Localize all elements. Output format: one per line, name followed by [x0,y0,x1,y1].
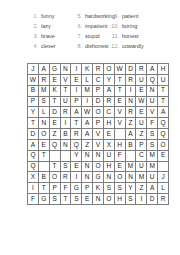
grid-cell[interactable]: P [93,86,103,96]
grid-cell[interactable]: G [93,172,103,182]
grid-cell[interactable]: I [61,118,71,128]
grid-cell[interactable]: U [136,75,146,85]
word-label: boring [122,21,137,31]
word-number: 11. [109,31,119,41]
grid-cell[interactable]: R [126,75,136,85]
grid-cell[interactable]: C [104,107,114,117]
grid-cell[interactable]: S [147,129,157,139]
word-item: 2.lazy [28,21,56,31]
grid-cell[interactable]: N [147,86,157,96]
word-number: 1. [28,11,38,21]
grid-cell[interactable]: I [126,86,136,96]
grid-cell[interactable]: T [28,118,38,128]
word-label: dishonest [85,41,109,51]
word-label: lazy [41,21,51,31]
grid-cell[interactable]: A [147,64,157,74]
grid-cell[interactable]: R [71,129,81,139]
grid-cell[interactable]: T [50,97,60,107]
grid-cell[interactable]: T [50,162,60,172]
word-item: 3.brave [28,31,56,41]
grid-cell[interactable]: S [39,97,49,107]
wordsearch-grid: JAGNIKROWDRAHWREVELCYTRUQUBMKTIMPATIENTP… [27,63,169,205]
grid-cell[interactable]: A [71,107,81,117]
grid-cell[interactable]: R [104,97,114,107]
grid-cell[interactable]: A [147,183,157,193]
grid-cell[interactable]: P [71,97,81,107]
grid-cell[interactable] [126,151,136,161]
grid-cell[interactable]: N [39,118,49,128]
grid-cell[interactable]: N [82,162,92,172]
grid-cell[interactable]: P [28,97,38,107]
word-number: 3. [28,31,38,41]
grid-cell[interactable]: R [61,172,71,182]
grid-cell[interactable]: R [93,64,103,74]
grid-cell[interactable]: R [158,194,168,204]
word-list: 1.funny2.lazy3.brave4.clever5.hardworkin… [0,11,180,59]
grid-cell[interactable]: Q [28,151,38,161]
grid-cell[interactable]: B [39,172,49,182]
grid-cell[interactable]: I [71,64,81,74]
grid-cell[interactable]: T [158,86,168,96]
grid-cell[interactable]: A [39,64,49,74]
word-number: 12. [109,41,119,51]
grid-cell[interactable]: T [71,118,81,128]
grid-cell[interactable]: S [104,183,114,193]
grid-cell[interactable]: D [28,129,38,139]
grid-cell[interactable]: I [28,183,38,193]
word-list-column: 1.funny2.lazy3.brave4.clever [28,11,56,51]
grid-cell[interactable]: O [93,107,103,117]
grid-cell[interactable] [158,162,168,172]
grid-cell[interactable]: P [82,183,92,193]
grid-cell[interactable]: E [39,140,49,150]
grid-cell[interactable]: R [126,107,136,117]
grid-cell[interactable]: X [28,172,38,182]
grid-cell[interactable]: T [115,75,125,85]
grid-cell[interactable]: K [82,64,92,74]
grid-cell[interactable]: Z [126,118,136,128]
grid-cell[interactable]: Q [158,118,168,128]
grid-cell[interactable]: L [39,107,49,117]
grid-cell[interactable]: G [39,194,49,204]
word-number: 6. [72,21,82,31]
grid-cell[interactable]: D [50,107,60,117]
grid-cell[interactable]: H [158,64,168,74]
grid-cell[interactable]: U [104,151,114,161]
grid-cell[interactable]: M [147,162,157,172]
grid-cell[interactable]: A [126,129,136,139]
grid-cell[interactable]: U [136,162,146,172]
grid-cell[interactable]: T [39,183,49,193]
grid-cell[interactable]: S [61,162,71,172]
grid-cell[interactable]: O [115,172,125,182]
grid-cell[interactable]: A [82,129,92,139]
grid-cell[interactable]: R [61,107,71,117]
grid-cell[interactable]: U [61,97,71,107]
grid-cell[interactable]: N [82,172,92,182]
grid-cell[interactable]: A [158,107,168,117]
grid-cell[interactable]: N [61,140,71,150]
grid-cell[interactable]: W [136,97,146,107]
grid-cell[interactable]: F [28,194,38,204]
grid-cell[interactable]: T [61,86,71,96]
grid-cell[interactable]: Z [136,129,146,139]
grid-cell[interactable]: I [82,97,92,107]
grid-cell[interactable]: T [39,151,49,161]
grid-cell[interactable]: K [93,183,103,193]
grid-cell[interactable]: B [61,129,71,139]
word-label: impatient [85,21,107,31]
grid-cell[interactable]: E [158,151,168,161]
grid-cell[interactable]: Y [71,151,81,161]
word-label: brave [41,31,55,41]
grid-cell[interactable]: T [158,97,168,107]
grid-cell[interactable]: I [136,194,146,204]
grid-cell[interactable]: W [28,75,38,85]
grid-cell[interactable]: Z [50,129,60,139]
grid-cell[interactable]: Y [28,107,38,117]
grid-cell[interactable]: H [104,118,114,128]
word-item: 9.patient [109,11,144,21]
word-number: 4. [28,41,38,51]
word-label: patient [122,11,139,21]
grid-cell[interactable]: O [39,129,49,139]
grid-cell[interactable]: U [147,172,157,182]
word-item: 10.boring [109,21,144,31]
grid-cell[interactable]: U [147,97,157,107]
grid-cell[interactable]: Z [136,183,146,193]
grid-cell[interactable]: O [104,64,114,74]
grid-cell[interactable]: O [93,162,103,172]
grid-cell[interactable]: A [28,140,38,150]
grid-cell[interactable]: O [104,194,114,204]
grid-cell[interactable]: Q [158,129,168,139]
grid-cell[interactable]: F [147,118,157,128]
grid-cell[interactable]: F [61,183,71,193]
word-number: 2. [28,21,38,31]
grid-cell[interactable]: E [50,75,60,85]
grid-cell[interactable]: N [93,194,103,204]
grid-cell[interactable]: Y [104,75,114,85]
grid-cell[interactable]: D [147,194,157,204]
grid-cell[interactable]: V [147,107,157,117]
grid-cell[interactable]: M [147,151,157,161]
grid-cell[interactable]: D [93,97,103,107]
grid-cell[interactable]: N [61,64,71,74]
grid-cell[interactable]: F [115,151,125,161]
grid-cell[interactable]: Y [126,183,136,193]
grid-cell[interactable]: L [82,75,92,85]
word-item: 11.honest [109,31,144,41]
grid-cell[interactable]: B [28,86,38,96]
grid-cell[interactable]: R [39,75,49,85]
grid-cell[interactable]: E [136,86,146,96]
grid-cell[interactable]: S [50,194,60,204]
grid-cell[interactable]: N [126,172,136,182]
grid-cell[interactable]: S [147,140,157,150]
grid-cell[interactable]: H [104,162,114,172]
grid-cell[interactable]: A [82,118,92,128]
word-number: 5. [72,11,82,21]
grid-cell[interactable]: E [136,107,146,117]
grid-cell[interactable]: M [39,86,49,96]
grid-cell[interactable]: E [50,118,60,128]
grid-cell[interactable]: T [61,194,71,204]
grid-cell[interactable]: H [115,194,125,204]
grid-cell[interactable]: Q [50,140,60,150]
grid-cell[interactable]: G [71,183,81,193]
grid-cell[interactable]: W [82,107,92,117]
grid-cell[interactable]: P [93,118,103,128]
grid-cell[interactable]: V [61,75,71,85]
grid-cell[interactable]: V [115,107,125,117]
word-label: stupid [85,31,100,41]
grid-cell[interactable]: M [126,162,136,172]
grid-cell[interactable]: W [115,64,125,74]
grid-cell[interactable]: N [93,151,103,161]
word-number: 9. [109,11,119,21]
grid-cell[interactable]: V [93,129,103,139]
grid-cell[interactable]: Q [147,75,157,85]
grid-cell[interactable]: S [71,194,81,204]
grid-cell[interactable]: S [115,183,125,193]
word-label: cowardly [122,41,144,51]
grid-cell[interactable] [50,151,60,161]
grid-cell[interactable]: A [104,86,114,96]
grid-cell[interactable]: P [136,140,146,150]
grid-cell[interactable]: J [28,64,38,74]
word-number: 8. [72,41,82,51]
grid-cell[interactable]: C [93,75,103,85]
grid-cell[interactable]: E [71,162,81,172]
grid-cell[interactable]: R [136,64,146,74]
grid-cell[interactable]: Q [71,140,81,150]
word-item: 12.cowardly [109,41,144,51]
grid-cell[interactable]: Z [82,140,92,150]
grid-cell[interactable] [39,162,49,172]
grid-cell[interactable]: P [50,183,60,193]
grid-cell[interactable]: E [71,75,81,85]
grid-cell[interactable]: I [71,86,81,96]
grid-cell[interactable]: E [104,129,114,139]
word-item: 1.funny [28,11,56,21]
grid-cell[interactable]: G [50,64,60,74]
grid-cell[interactable]: U [136,118,146,128]
word-number: 7. [72,31,82,41]
worksheet-page: 1.funny2.lazy3.brave4.clever5.hardworkin… [0,0,180,255]
word-number: 10. [109,21,119,31]
word-label: funny [41,11,54,21]
grid-cell[interactable]: E [115,97,125,107]
grid-cell[interactable]: T [115,86,125,96]
grid-cell[interactable]: M [136,172,146,182]
grid-cell[interactable]: X [104,140,114,150]
grid-cell[interactable]: L [158,183,168,193]
grid-cell[interactable]: B [126,140,136,150]
grid-cell[interactable]: E [82,194,92,204]
grid-cell[interactable]: D [126,64,136,74]
grid-cell[interactable] [61,151,71,161]
grid-cell[interactable]: N [82,151,92,161]
grid-cell[interactable]: K [50,86,60,96]
grid-cell[interactable]: V [93,140,103,150]
grid-cell[interactable]: N [104,172,114,182]
grid-cell[interactable]: S [126,194,136,204]
word-label: clever [41,41,56,51]
grid-cell[interactable] [115,129,125,139]
grid-cell[interactable]: O [158,140,168,150]
word-item: 4.clever [28,41,56,51]
grid-cell[interactable]: O [50,172,60,182]
grid-cell[interactable]: C [136,151,146,161]
word-list-column: 9.patient10.boring11.honest12.cowardly [109,11,144,51]
grid-cell[interactable]: H [115,140,125,150]
grid-cell[interactable]: N [126,97,136,107]
grid-cell[interactable]: V [115,118,125,128]
grid-cell[interactable]: U [158,75,168,85]
grid-cell[interactable]: I [71,172,81,182]
grid-cell[interactable]: E [115,162,125,172]
word-label: honest [122,31,139,41]
grid-cell[interactable]: M [82,86,92,96]
grid-cell[interactable]: Q [28,162,38,172]
grid-cell[interactable]: J [158,172,168,182]
